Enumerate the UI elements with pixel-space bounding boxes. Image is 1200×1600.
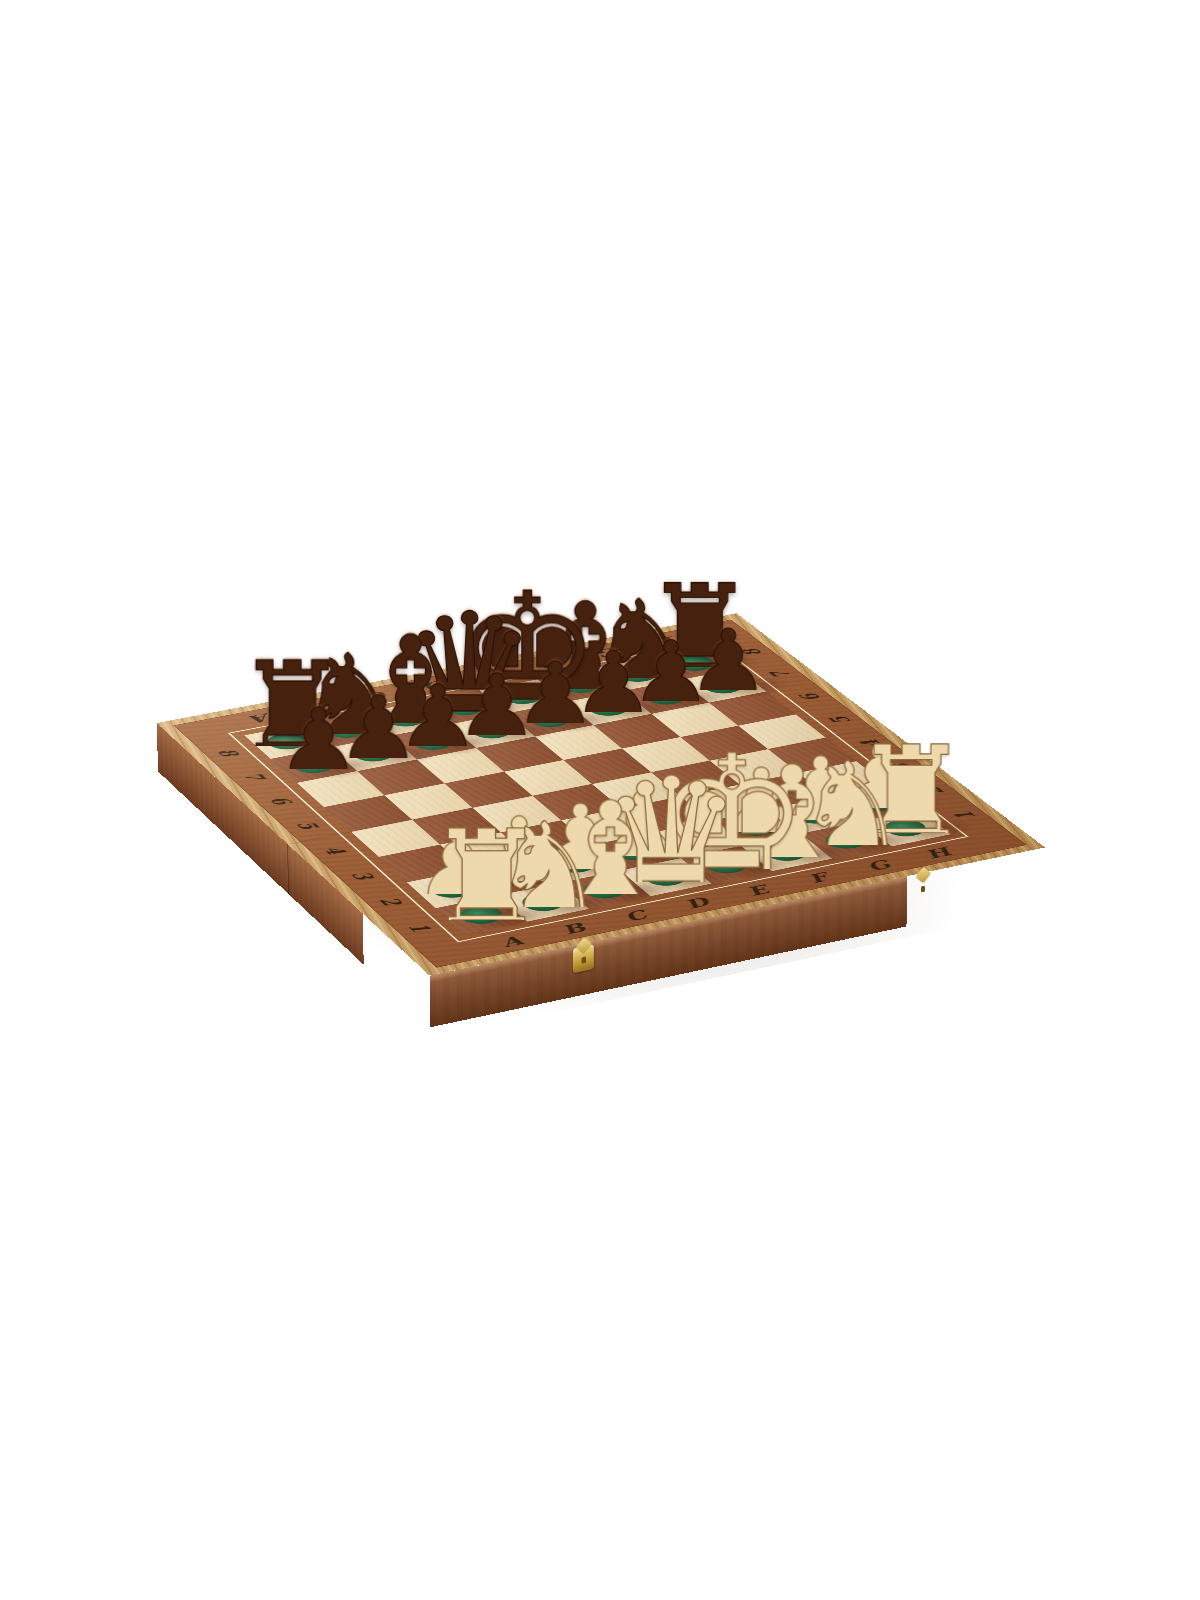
brass-clasp-right <box>912 874 932 902</box>
brass-clasp-left <box>573 944 594 973</box>
folding-chess-board: AABBCCDDEEFFGGHH1122334455667788 ♜♞♝♛♚♝♞… <box>157 613 1045 975</box>
pieces-layer: ♜♞♝♛♚♝♞♜♟♟♟♟♟♟♟♟♟♟♟♟♟♟♟♟♜♞♝♛♚♝♞♜ <box>157 613 737 723</box>
product-photo-stage: AABBCCDDEEFFGGHH1122334455667788 ♜♞♝♛♚♝♞… <box>0 0 1200 1600</box>
